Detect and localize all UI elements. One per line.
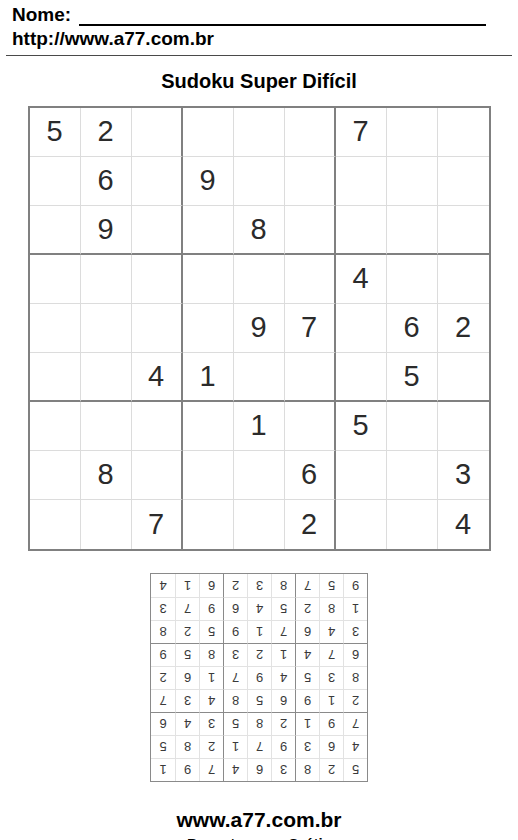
solution-cell-r6c6: 3 — [223, 643, 247, 666]
cell-r1c5[interactable] — [234, 108, 285, 157]
cell-r5c2[interactable] — [81, 304, 132, 353]
cell-r7c5: 1 — [234, 402, 285, 451]
cell-r2c1[interactable] — [30, 157, 81, 206]
cell-r7c9[interactable] — [438, 402, 489, 451]
cell-r8c4[interactable] — [183, 451, 234, 500]
cell-r6c8: 5 — [387, 353, 438, 402]
cell-r4c8[interactable] — [387, 255, 438, 304]
cell-r4c2[interactable] — [81, 255, 132, 304]
solution-cell-r9c1: 9 — [343, 574, 367, 597]
cell-r2c8[interactable] — [387, 157, 438, 206]
solution-cell-r1c2: 2 — [319, 758, 343, 781]
solution-cell-r9c3: 7 — [295, 574, 319, 597]
solution-cell-r3c8: 4 — [175, 712, 199, 735]
page-footer: www.a77.com.br Passatempos Grátis — [0, 808, 518, 840]
solution-cell-r2c9: 5 — [151, 735, 175, 758]
solution-cell-r6c2: 7 — [319, 643, 343, 666]
solution-cell-r3c2: 9 — [319, 712, 343, 735]
solution-cell-r5c6: 7 — [223, 666, 247, 689]
page-title: Sudoku Super Difícil — [0, 70, 518, 93]
solution-cell-r5c4: 4 — [271, 666, 295, 689]
solution-cell-r9c7: 6 — [199, 574, 223, 597]
cell-r7c3[interactable] — [132, 402, 183, 451]
solution-cell-r9c9: 4 — [151, 574, 175, 597]
solution-cell-r9c5: 3 — [247, 574, 271, 597]
name-blank-line — [79, 8, 486, 26]
solution-cell-r7c4: 7 — [271, 620, 295, 643]
solution-cell-r1c4: 3 — [271, 758, 295, 781]
solution-cell-r7c5: 1 — [247, 620, 271, 643]
solution-cell-r8c7: 9 — [199, 597, 223, 620]
cell-r6c6[interactable] — [285, 353, 336, 402]
cell-r7c8[interactable] — [387, 402, 438, 451]
cell-r3c4[interactable] — [183, 206, 234, 255]
page-header: Nome: http://www.a77.com.br — [0, 0, 518, 50]
solution-cell-r2c6: 1 — [223, 735, 247, 758]
solution-cell-r9c4: 8 — [271, 574, 295, 597]
cell-r5c1[interactable] — [30, 304, 81, 353]
cell-r2c9[interactable] — [438, 157, 489, 206]
cell-r9c7[interactable] — [336, 500, 387, 549]
cell-r2c5[interactable] — [234, 157, 285, 206]
solution-cell-r7c9: 8 — [151, 620, 175, 643]
solution-cell-r3c6: 5 — [223, 712, 247, 735]
footer-site-url: www.a77.com.br — [0, 808, 518, 832]
puzzle-board-wrap: 52769984976241515863724 — [0, 106, 518, 551]
cell-r1c1: 5 — [30, 108, 81, 157]
solution-cell-r6c5: 2 — [247, 643, 271, 666]
solution-cell-r3c3: 1 — [295, 712, 319, 735]
cell-r7c1[interactable] — [30, 402, 81, 451]
solution-cell-r5c1: 8 — [343, 666, 367, 689]
solution-cell-r6c9: 9 — [151, 643, 175, 666]
name-label: Nome: — [12, 5, 71, 26]
cell-r1c3[interactable] — [132, 108, 183, 157]
solution-cell-r7c8: 2 — [175, 620, 199, 643]
cell-r2c6[interactable] — [285, 157, 336, 206]
solution-cell-r8c9: 3 — [151, 597, 175, 620]
cell-r7c2[interactable] — [81, 402, 132, 451]
cell-r4c1[interactable] — [30, 255, 81, 304]
cell-r3c2: 9 — [81, 206, 132, 255]
solution-cell-r9c2: 5 — [319, 574, 343, 597]
solution-cell-r4c8: 3 — [175, 689, 199, 712]
cell-r5c7[interactable] — [336, 304, 387, 353]
cell-r9c2[interactable] — [81, 500, 132, 549]
solution-cell-r9c8: 1 — [175, 574, 199, 597]
cell-r5c8: 6 — [387, 304, 438, 353]
solution-cell-r8c1: 1 — [343, 597, 367, 620]
solution-cell-r8c4: 5 — [271, 597, 295, 620]
cell-r4c3[interactable] — [132, 255, 183, 304]
cell-r8c8[interactable] — [387, 451, 438, 500]
solution-cell-r9c6: 2 — [223, 574, 247, 597]
solution-cell-r6c3: 4 — [295, 643, 319, 666]
solution-cell-r5c2: 3 — [319, 666, 343, 689]
cell-r8c5[interactable] — [234, 451, 285, 500]
solution-cell-r6c8: 5 — [175, 643, 199, 666]
cell-r5c4[interactable] — [183, 304, 234, 353]
solution-cell-r7c3: 6 — [295, 620, 319, 643]
solution-cell-r2c3: 3 — [295, 735, 319, 758]
solution-cell-r3c4: 2 — [271, 712, 295, 735]
cell-r9c4[interactable] — [183, 500, 234, 549]
sudoku-puzzle-grid: 52769984976241515863724 — [28, 106, 491, 551]
solution-cell-r7c7: 5 — [199, 620, 223, 643]
cell-r5c9: 2 — [438, 304, 489, 353]
cell-r1c2: 2 — [81, 108, 132, 157]
solution-cell-r5c3: 5 — [295, 666, 319, 689]
cell-r8c2: 8 — [81, 451, 132, 500]
footer-tagline: Passatempos Grátis — [0, 835, 518, 840]
solution-cell-r1c7: 7 — [199, 758, 223, 781]
sudoku-solution-grid-upside-down: 5283647914639712857912853462196584378354… — [150, 573, 368, 782]
cell-r9c8[interactable] — [387, 500, 438, 549]
cell-r3c3[interactable] — [132, 206, 183, 255]
solution-cell-r8c6: 6 — [223, 597, 247, 620]
solution-cell-r1c1: 5 — [343, 758, 367, 781]
cell-r8c1[interactable] — [30, 451, 81, 500]
solution-cell-r4c5: 5 — [247, 689, 271, 712]
solution-cell-r2c1: 4 — [343, 735, 367, 758]
solution-cell-r6c7: 8 — [199, 643, 223, 666]
solution-cell-r7c6: 9 — [223, 620, 247, 643]
solution-cell-r4c4: 6 — [271, 689, 295, 712]
solution-cell-r4c9: 7 — [151, 689, 175, 712]
cell-r6c4: 1 — [183, 353, 234, 402]
cell-r3c7[interactable] — [336, 206, 387, 255]
solution-cell-r4c3: 9 — [295, 689, 319, 712]
cell-r2c4: 9 — [183, 157, 234, 206]
cell-r8c7[interactable] — [336, 451, 387, 500]
solution-cell-r1c5: 6 — [247, 758, 271, 781]
solution-cell-r8c8: 7 — [175, 597, 199, 620]
solution-cell-r5c7: 1 — [199, 666, 223, 689]
solution-cell-r1c6: 4 — [223, 758, 247, 781]
cell-r3c6[interactable] — [285, 206, 336, 255]
cell-r1c4[interactable] — [183, 108, 234, 157]
cell-r4c9[interactable] — [438, 255, 489, 304]
solution-cell-r8c2: 8 — [319, 597, 343, 620]
cell-r5c5: 9 — [234, 304, 285, 353]
cell-r7c7: 5 — [336, 402, 387, 451]
solution-cell-r5c8: 6 — [175, 666, 199, 689]
cell-r1c9[interactable] — [438, 108, 489, 157]
cell-r9c9: 4 — [438, 500, 489, 549]
solution-cell-r4c1: 2 — [343, 689, 367, 712]
cell-r1c7: 7 — [336, 108, 387, 157]
cell-r6c3: 4 — [132, 353, 183, 402]
cell-r3c5: 8 — [234, 206, 285, 255]
solution-board-wrap: 5283647914639712857912853462196584378354… — [0, 573, 518, 782]
cell-r1c6[interactable] — [285, 108, 336, 157]
cell-r8c9: 3 — [438, 451, 489, 500]
cell-r2c7[interactable] — [336, 157, 387, 206]
cell-r7c4[interactable] — [183, 402, 234, 451]
solution-cell-r2c4: 9 — [271, 735, 295, 758]
solution-cell-r3c9: 6 — [151, 712, 175, 735]
cell-r6c7[interactable] — [336, 353, 387, 402]
solution-cell-r4c7: 4 — [199, 689, 223, 712]
solution-cell-r6c4: 1 — [271, 643, 295, 666]
name-row: Nome: — [12, 5, 486, 26]
cell-r2c2: 6 — [81, 157, 132, 206]
cell-r4c6[interactable] — [285, 255, 336, 304]
solution-cell-r7c2: 4 — [319, 620, 343, 643]
solution-cell-r5c9: 2 — [151, 666, 175, 689]
solution-cell-r3c5: 8 — [247, 712, 271, 735]
cell-r3c9[interactable] — [438, 206, 489, 255]
solution-cell-r7c1: 3 — [343, 620, 367, 643]
cell-r4c5[interactable] — [234, 255, 285, 304]
header-divider — [6, 55, 512, 56]
cell-r4c7: 4 — [336, 255, 387, 304]
solution-cell-r1c8: 9 — [175, 758, 199, 781]
solution-cell-r8c3: 2 — [295, 597, 319, 620]
solution-cell-r2c5: 7 — [247, 735, 271, 758]
header-site-url: http://www.a77.com.br — [12, 29, 486, 50]
cell-r6c5[interactable] — [234, 353, 285, 402]
cell-r5c3[interactable] — [132, 304, 183, 353]
solution-cell-r6c1: 6 — [343, 643, 367, 666]
cell-r3c1[interactable] — [30, 206, 81, 255]
cell-r3c8[interactable] — [387, 206, 438, 255]
solution-cell-r1c9: 1 — [151, 758, 175, 781]
solution-cell-r4c6: 8 — [223, 689, 247, 712]
solution-cell-r3c1: 7 — [343, 712, 367, 735]
solution-cell-r1c3: 8 — [295, 758, 319, 781]
cell-r6c9[interactable] — [438, 353, 489, 402]
cell-r6c1[interactable] — [30, 353, 81, 402]
cell-r9c3: 7 — [132, 500, 183, 549]
solution-cell-r2c7: 2 — [199, 735, 223, 758]
solution-cell-r2c2: 6 — [319, 735, 343, 758]
cell-r6c2[interactable] — [81, 353, 132, 402]
cell-r5c6: 7 — [285, 304, 336, 353]
cell-r8c3[interactable] — [132, 451, 183, 500]
cell-r2c3[interactable] — [132, 157, 183, 206]
solution-cell-r5c5: 9 — [247, 666, 271, 689]
cell-r4c4[interactable] — [183, 255, 234, 304]
cell-r1c8[interactable] — [387, 108, 438, 157]
cell-r9c5[interactable] — [234, 500, 285, 549]
solution-cell-r3c7: 3 — [199, 712, 223, 735]
solution-cell-r2c8: 8 — [175, 735, 199, 758]
cell-r8c6: 6 — [285, 451, 336, 500]
cell-r9c6: 2 — [285, 500, 336, 549]
solution-cell-r4c2: 1 — [319, 689, 343, 712]
cell-r7c6[interactable] — [285, 402, 336, 451]
cell-r9c1[interactable] — [30, 500, 81, 549]
solution-cell-r8c5: 4 — [247, 597, 271, 620]
